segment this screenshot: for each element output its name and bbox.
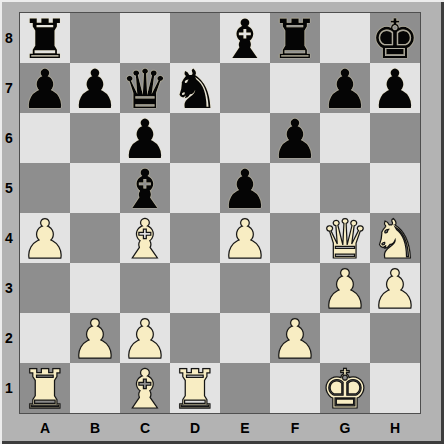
square-e8[interactable]: ♝ xyxy=(220,13,270,63)
square-c6[interactable]: ♟ xyxy=(120,113,170,163)
rank-label-8: 8 xyxy=(0,13,18,63)
square-g1[interactable]: ♚ xyxy=(320,363,370,413)
black-rook[interactable]: ♜ xyxy=(21,13,69,63)
black-pawn[interactable]: ♟ xyxy=(371,63,419,113)
square-d7[interactable]: ♞ xyxy=(170,63,220,113)
square-c5[interactable]: ♝ xyxy=(120,163,170,213)
square-f3[interactable] xyxy=(270,263,320,313)
square-g8[interactable] xyxy=(320,13,370,63)
black-rook[interactable]: ♜ xyxy=(271,13,319,63)
black-pawn[interactable]: ♟ xyxy=(71,63,119,113)
file-labels: ABCDEFGH xyxy=(19,414,421,441)
square-f4[interactable] xyxy=(270,213,320,263)
square-e4[interactable]: ♟ xyxy=(220,213,270,263)
white-pawn[interactable]: ♟ xyxy=(371,263,419,313)
black-pawn[interactable]: ♟ xyxy=(121,113,169,163)
file-label-g: G xyxy=(320,414,370,441)
square-c7[interactable]: ♛ xyxy=(120,63,170,113)
square-f8[interactable]: ♜ xyxy=(270,13,320,63)
black-king[interactable]: ♚ xyxy=(371,13,419,63)
square-d5[interactable] xyxy=(170,163,220,213)
square-a3[interactable] xyxy=(20,263,70,313)
square-g4[interactable]: ♛ xyxy=(320,213,370,263)
black-knight[interactable]: ♞ xyxy=(171,63,219,113)
square-f1[interactable] xyxy=(270,363,320,413)
black-bishop[interactable]: ♝ xyxy=(121,163,169,213)
board-frame: 87654321 ♜♝♜♚♟♟♛♞♟♟♟♟♝♟♟♝♟♛♞♟♟♟♟♟♜♝♜♚ AB… xyxy=(0,0,444,444)
square-h1[interactable] xyxy=(370,363,420,413)
white-king[interactable]: ♚ xyxy=(321,363,369,413)
square-a5[interactable] xyxy=(20,163,70,213)
white-bishop[interactable]: ♝ xyxy=(121,213,169,263)
square-h4[interactable]: ♞ xyxy=(370,213,420,263)
file-label-d: D xyxy=(170,414,220,441)
file-label-e: E xyxy=(220,414,270,441)
square-c3[interactable] xyxy=(120,263,170,313)
square-d6[interactable] xyxy=(170,113,220,163)
square-e7[interactable] xyxy=(220,63,270,113)
square-e1[interactable] xyxy=(220,363,270,413)
square-h5[interactable] xyxy=(370,163,420,213)
square-a2[interactable] xyxy=(20,313,70,363)
square-d3[interactable] xyxy=(170,263,220,313)
square-g7[interactable]: ♟ xyxy=(320,63,370,113)
square-g3[interactable]: ♟ xyxy=(320,263,370,313)
white-queen[interactable]: ♛ xyxy=(321,213,369,263)
square-h3[interactable]: ♟ xyxy=(370,263,420,313)
square-b7[interactable]: ♟ xyxy=(70,63,120,113)
rank-label-1: 1 xyxy=(0,363,18,413)
chess-board: ♜♝♜♚♟♟♛♞♟♟♟♟♝♟♟♝♟♛♞♟♟♟♟♟♜♝♜♚ xyxy=(19,12,421,414)
square-b8[interactable] xyxy=(70,13,120,63)
rank-label-7: 7 xyxy=(0,63,18,113)
square-a7[interactable]: ♟ xyxy=(20,63,70,113)
square-c4[interactable]: ♝ xyxy=(120,213,170,263)
square-d2[interactable] xyxy=(170,313,220,363)
white-rook[interactable]: ♜ xyxy=(21,363,69,413)
rank-label-2: 2 xyxy=(0,313,18,363)
square-d4[interactable] xyxy=(170,213,220,263)
white-knight[interactable]: ♞ xyxy=(371,213,419,263)
white-rook[interactable]: ♜ xyxy=(171,363,219,413)
white-pawn[interactable]: ♟ xyxy=(21,213,69,263)
white-bishop[interactable]: ♝ xyxy=(121,363,169,413)
rank-label-6: 6 xyxy=(0,113,18,163)
square-b5[interactable] xyxy=(70,163,120,213)
rank-label-3: 3 xyxy=(0,263,18,313)
white-pawn[interactable]: ♟ xyxy=(221,213,269,263)
black-pawn[interactable]: ♟ xyxy=(21,63,69,113)
square-b1[interactable] xyxy=(70,363,120,413)
square-h2[interactable] xyxy=(370,313,420,363)
white-pawn[interactable]: ♟ xyxy=(321,263,369,313)
square-h7[interactable]: ♟ xyxy=(370,63,420,113)
black-bishop[interactable]: ♝ xyxy=(221,13,269,63)
file-label-b: B xyxy=(70,414,120,441)
square-c2[interactable]: ♟ xyxy=(120,313,170,363)
black-pawn[interactable]: ♟ xyxy=(221,163,269,213)
square-f5[interactable] xyxy=(270,163,320,213)
square-e5[interactable]: ♟ xyxy=(220,163,270,213)
black-queen[interactable]: ♛ xyxy=(121,63,169,113)
square-g5[interactable] xyxy=(320,163,370,213)
square-e2[interactable] xyxy=(220,313,270,363)
square-a8[interactable]: ♜ xyxy=(20,13,70,63)
square-g2[interactable] xyxy=(320,313,370,363)
white-pawn[interactable]: ♟ xyxy=(121,313,169,363)
square-b2[interactable]: ♟ xyxy=(70,313,120,363)
square-e3[interactable] xyxy=(220,263,270,313)
square-d1[interactable]: ♜ xyxy=(170,363,220,413)
square-a6[interactable] xyxy=(20,113,70,163)
square-g6[interactable] xyxy=(320,113,370,163)
rank-label-4: 4 xyxy=(0,213,18,263)
square-e6[interactable] xyxy=(220,113,270,163)
square-f7[interactable] xyxy=(270,63,320,113)
black-pawn[interactable]: ♟ xyxy=(271,113,319,163)
square-h8[interactable]: ♚ xyxy=(370,13,420,63)
square-b3[interactable] xyxy=(70,263,120,313)
square-c1[interactable]: ♝ xyxy=(120,363,170,413)
square-f6[interactable]: ♟ xyxy=(270,113,320,163)
square-a1[interactable]: ♜ xyxy=(20,363,70,413)
rank-label-5: 5 xyxy=(0,163,18,213)
file-label-h: H xyxy=(370,414,420,441)
file-label-c: C xyxy=(120,414,170,441)
black-pawn[interactable]: ♟ xyxy=(321,63,369,113)
square-f2[interactable]: ♟ xyxy=(270,313,320,363)
square-b6[interactable] xyxy=(70,113,120,163)
white-pawn[interactable]: ♟ xyxy=(71,313,119,363)
square-b4[interactable] xyxy=(70,213,120,263)
square-h6[interactable] xyxy=(370,113,420,163)
square-a4[interactable]: ♟ xyxy=(20,213,70,263)
file-label-f: F xyxy=(270,414,320,441)
white-pawn[interactable]: ♟ xyxy=(271,313,319,363)
file-label-a: A xyxy=(20,414,70,441)
square-c8[interactable] xyxy=(120,13,170,63)
square-d8[interactable] xyxy=(170,13,220,63)
rank-labels: 87654321 xyxy=(0,12,19,414)
